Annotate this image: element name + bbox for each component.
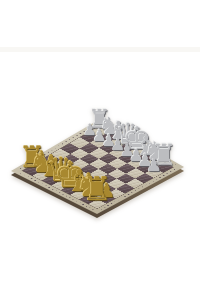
product-photo: ♜♞♟♝♟♛♟♚♟♝♟♞♟♟♜♟♟♜♟♟♞♟♝♟♛♟♚♟♝♟♞♜ — [0, 0, 200, 300]
board-grid — [22, 126, 173, 209]
chess-board — [11, 119, 184, 214]
chess-set-photo: ♜♞♟♝♟♛♟♚♟♝♟♞♟♟♜♟♟♜♟♟♞♟♝♟♛♟♚♟♝♟♞♜ — [0, 0, 200, 300]
